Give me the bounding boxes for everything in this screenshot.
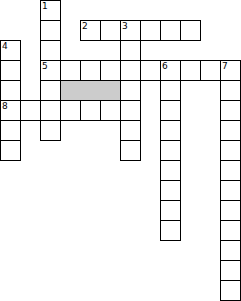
crossword-cell-r5c6[interactable]: [120, 100, 141, 121]
crossword-cell-r3c2[interactable]: [40, 60, 61, 81]
crossword-cell-r3c10[interactable]: [200, 60, 221, 81]
crossword-cell-r4c11[interactable]: [220, 80, 241, 101]
crossword-cell-r7c8[interactable]: [160, 140, 181, 161]
crossword-cell-r1c4[interactable]: [80, 20, 101, 41]
crossword-cell-r10c11[interactable]: [220, 200, 241, 221]
blocked-region: [60, 80, 121, 101]
crossword-cell-r4c2[interactable]: [40, 80, 61, 101]
crossword-cell-r5c5[interactable]: [100, 100, 121, 121]
crossword-cell-r3c4[interactable]: [80, 60, 101, 81]
crossword-cell-r3c5[interactable]: [100, 60, 121, 81]
crossword-cell-r10c8[interactable]: [160, 200, 181, 221]
crossword-cell-r9c8[interactable]: [160, 180, 181, 201]
crossword-cell-r1c7[interactable]: [140, 20, 161, 41]
crossword-cell-r1c2[interactable]: [40, 20, 61, 41]
crossword-cell-r5c3[interactable]: [60, 100, 81, 121]
crossword-cell-r6c8[interactable]: [160, 120, 181, 141]
crossword-cell-r5c4[interactable]: [80, 100, 101, 121]
crossword-cell-r11c11[interactable]: [220, 220, 241, 241]
crossword-cell-r5c8[interactable]: [160, 100, 181, 121]
crossword-cell-r1c8[interactable]: [160, 20, 181, 41]
crossword-cell-r7c6[interactable]: [120, 140, 141, 161]
crossword-cell-r0c2[interactable]: [40, 0, 61, 21]
crossword-cell-r6c2[interactable]: [40, 120, 61, 141]
crossword-cell-r13c11[interactable]: [220, 260, 241, 281]
crossword-cell-r6c6[interactable]: [120, 120, 141, 141]
crossword-cell-r4c8[interactable]: [160, 80, 181, 101]
crossword-cell-r3c3[interactable]: [60, 60, 81, 81]
crossword-cell-r8c11[interactable]: [220, 160, 241, 181]
crossword-cell-r12c11[interactable]: [220, 240, 241, 261]
crossword-cell-r5c0[interactable]: [0, 100, 21, 121]
crossword-cell-r7c11[interactable]: [220, 140, 241, 161]
crossword-cell-r3c8[interactable]: [160, 60, 181, 81]
crossword-cell-r1c5[interactable]: [100, 20, 121, 41]
crossword-cell-r11c8[interactable]: [160, 220, 181, 241]
crossword-cell-r6c0[interactable]: [0, 120, 21, 141]
crossword-cell-r6c11[interactable]: [220, 120, 241, 141]
crossword-grid: 12345678: [0, 0, 241, 301]
crossword-cell-r2c0[interactable]: [0, 40, 21, 61]
crossword-cell-r4c6[interactable]: [120, 80, 141, 101]
crossword-cell-r7c0[interactable]: [0, 140, 21, 161]
crossword-cell-r9c11[interactable]: [220, 180, 241, 201]
crossword-cell-r3c11[interactable]: [220, 60, 241, 81]
crossword-cell-r8c8[interactable]: [160, 160, 181, 181]
crossword-cell-r1c6[interactable]: [120, 20, 141, 41]
crossword-cell-r14c11[interactable]: [220, 280, 241, 301]
crossword-cell-r5c1[interactable]: [20, 100, 41, 121]
crossword-cell-r5c2[interactable]: [40, 100, 61, 121]
crossword-cell-r5c11[interactable]: [220, 100, 241, 121]
crossword-cell-r3c7[interactable]: [140, 60, 161, 81]
crossword-cell-r3c6[interactable]: [120, 60, 141, 81]
crossword-cell-r1c9[interactable]: [180, 20, 201, 41]
crossword-cell-r4c0[interactable]: [0, 80, 21, 101]
crossword-cell-r2c6[interactable]: [120, 40, 141, 61]
crossword-cell-r3c0[interactable]: [0, 60, 21, 81]
crossword-cell-r2c2[interactable]: [40, 40, 61, 61]
crossword-cell-r3c9[interactable]: [180, 60, 201, 81]
